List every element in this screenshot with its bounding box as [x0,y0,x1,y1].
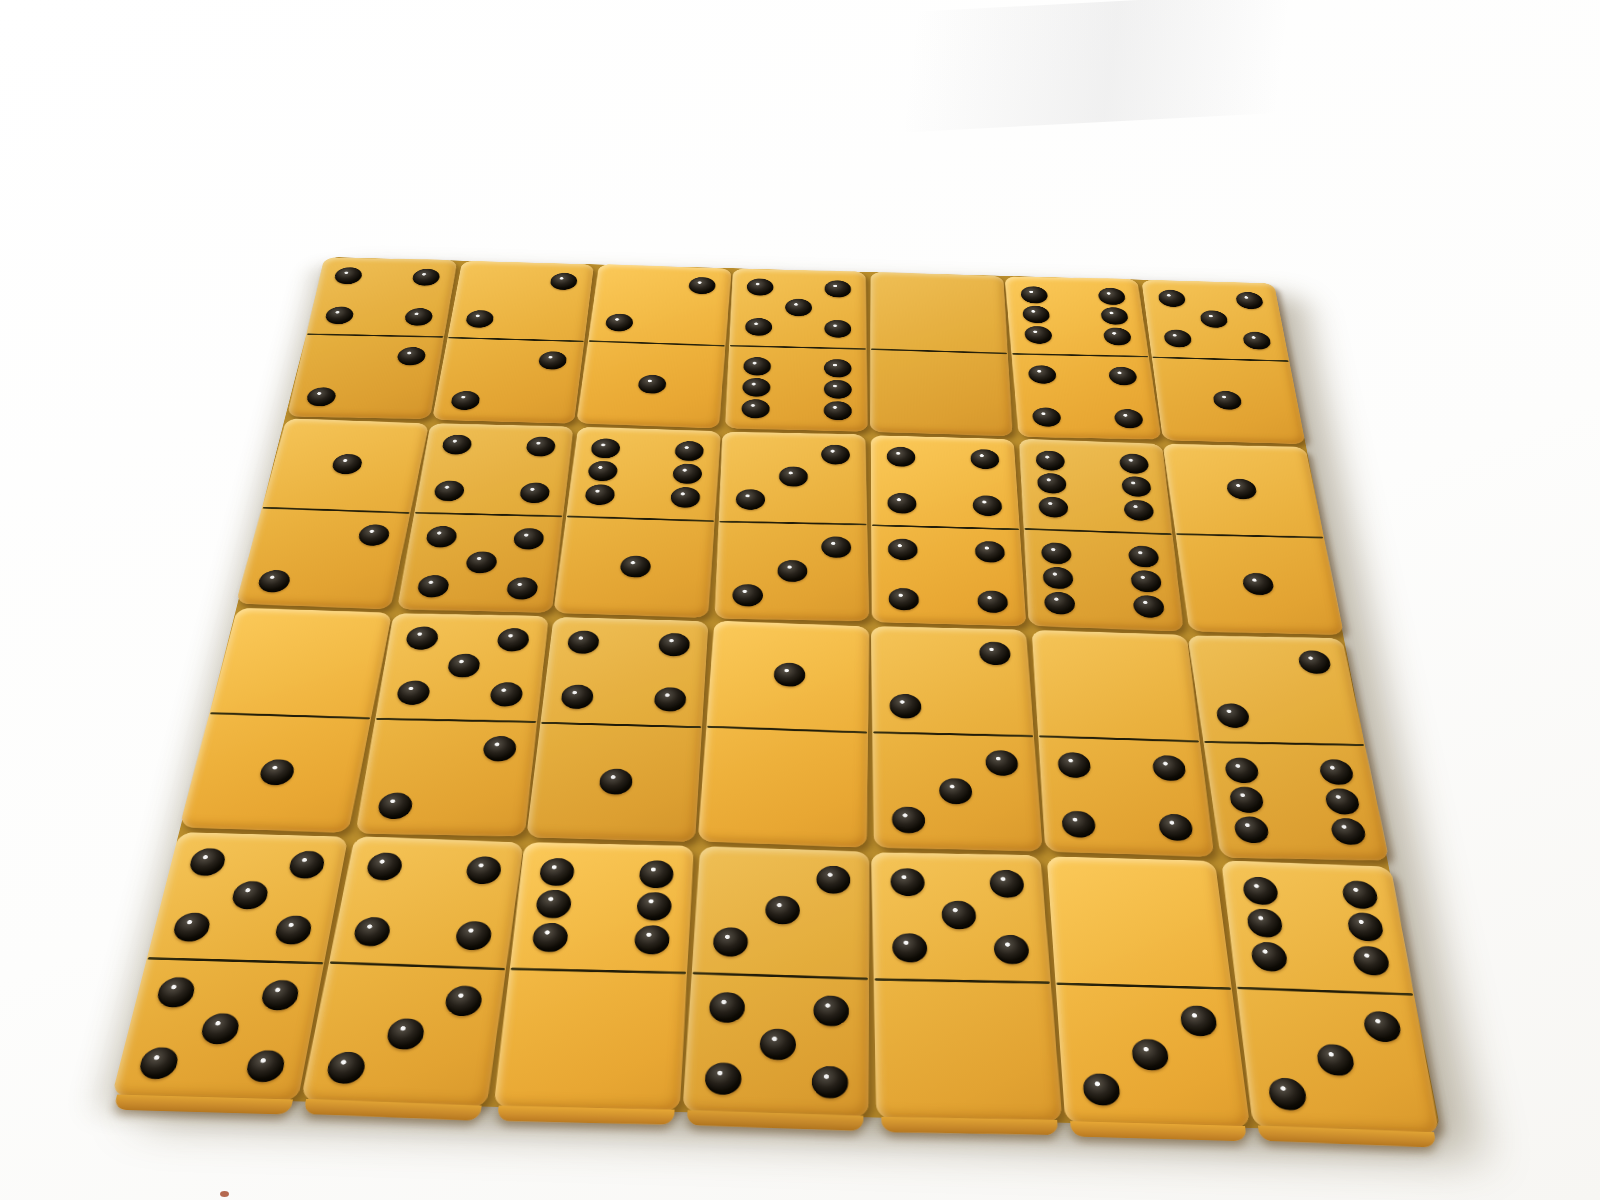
domino-r2c3[interactable] [554,427,721,618]
domino-bottom-half [698,727,868,847]
pip [1267,1077,1308,1111]
pip [773,662,805,687]
pip [587,461,618,482]
pip [777,560,807,582]
pip [1297,650,1333,674]
pip [395,680,431,705]
pip [888,538,918,560]
pip [1120,476,1151,497]
pip [1233,816,1271,843]
pip [1246,908,1284,938]
pip [1224,757,1261,783]
domino-r4c6[interactable] [1046,856,1250,1128]
domino-top-half [1046,856,1232,987]
domino-bottom-half [1237,989,1440,1135]
pip [187,848,228,877]
pip [1107,366,1137,385]
pip [1040,542,1071,565]
domino-r4c4[interactable] [683,846,870,1118]
pip [1235,292,1265,310]
pip [989,870,1025,899]
pip [1315,1043,1356,1076]
pip [481,735,517,761]
pip [892,932,928,962]
domino-top-half [589,264,732,345]
pip [889,693,921,718]
pip [1031,407,1061,427]
domino-top-half [448,261,595,341]
domino-r1c6[interactable] [1004,276,1160,439]
pip [567,630,601,654]
pip [658,633,691,657]
pip [256,570,292,593]
pip [1329,818,1367,845]
pip [709,991,746,1023]
pip [1024,325,1053,343]
pip [465,310,495,328]
domino-bottom-half [236,508,410,609]
pip [890,868,925,897]
pip [1250,941,1289,972]
pip [993,934,1030,964]
pip [1057,751,1091,778]
pip [811,1066,848,1099]
domino-r4c5[interactable] [871,852,1062,1121]
pip [403,308,433,326]
pip [1118,453,1149,474]
pip [672,463,703,484]
pip [464,551,497,574]
pip [1228,786,1265,813]
pip [816,865,850,894]
pip [1043,591,1075,615]
pip [1157,814,1193,842]
pip [670,486,701,508]
pip [747,278,774,296]
dust-speck [220,1191,229,1197]
domino-r1c3[interactable] [577,264,732,428]
pip [512,527,545,549]
domino-top-half [262,418,428,512]
pip [137,1047,181,1080]
pip [1020,286,1048,304]
pip [446,654,481,678]
domino-top-half [1221,860,1413,993]
domino-bottom-half [432,338,585,424]
pip [489,682,524,707]
pip [1179,1005,1218,1037]
pip [287,850,327,879]
pip [824,359,852,378]
domino-bottom-half [1204,743,1390,861]
domino-r3c7[interactable] [1188,635,1390,860]
domino-bottom-half [1038,737,1214,857]
pip [1199,310,1229,328]
pip [977,590,1009,613]
pip [712,926,748,956]
pip [229,881,270,910]
pip [824,280,851,298]
pip [376,792,414,819]
pip [779,466,808,487]
domino-top-half [1004,276,1148,355]
domino-top-half [1188,635,1365,743]
domino-top-half [871,626,1034,735]
pip [357,524,392,546]
pip [972,495,1002,516]
domino-r4c7[interactable] [1221,860,1439,1134]
domino-r2c6[interactable] [1019,439,1183,632]
pip [653,686,687,711]
pip [785,299,812,317]
pip [634,924,671,954]
domino-r2c4[interactable] [715,432,869,622]
pip [352,916,392,946]
pip [1036,473,1066,494]
pip [259,979,301,1010]
domino-r3c1[interactable] [179,608,391,833]
pip [155,976,198,1007]
pip [1123,499,1154,521]
pip [1341,880,1380,909]
domino-r2c5[interactable] [871,435,1026,626]
domino-bottom-half [870,350,1012,437]
domino-top-half [307,257,458,336]
domino-bottom-half [725,346,867,431]
pip [704,1062,742,1095]
domino-bottom-half [871,526,1026,627]
domino-top-half [729,269,866,348]
pip [453,920,492,950]
pip [1241,572,1275,595]
pip [1127,545,1159,568]
domino-top-half [414,423,573,515]
domino-r1c5[interactable] [870,272,1012,436]
pip [325,1051,368,1084]
domino-top-half [567,427,721,520]
pip [1351,945,1391,976]
pip [535,890,572,919]
pip [384,1017,425,1050]
pip [759,1028,796,1061]
pip [891,806,925,833]
domino-r1c1[interactable] [287,257,457,419]
pip [1131,1038,1170,1071]
domino-bottom-half [287,335,444,419]
domino-top-half [1031,630,1199,740]
pip [1099,307,1128,325]
pip [538,351,568,370]
domino-layout-perspective [112,257,1441,1133]
domino-r2c2[interactable] [397,423,573,613]
domino-top-half [871,435,1020,528]
pip [1158,289,1187,307]
pip [1027,365,1056,384]
domino-bottom-half [112,959,324,1101]
pip [1038,496,1069,518]
pip [765,896,800,926]
domino-r2c7[interactable] [1163,444,1344,635]
domino-top-half [870,272,1007,353]
pip [273,915,314,945]
pip [1132,595,1165,619]
pip [1346,912,1385,942]
pip [496,628,530,652]
pip [938,778,972,805]
pip [821,536,851,558]
pip [824,401,852,421]
domino-bottom-half [874,980,1062,1121]
pip [824,319,851,337]
domino-bottom-half [527,723,703,842]
pip [1102,327,1132,345]
pip [821,444,850,464]
pip [404,626,439,650]
domino-bottom-half [494,970,687,1112]
pip [590,438,621,459]
domino-top-half [707,621,869,732]
domino-r3c5[interactable] [871,626,1042,851]
pip [984,750,1018,776]
pip [688,277,716,295]
pip [1242,331,1272,350]
pip [741,399,770,419]
domino-bottom-half [683,974,869,1118]
pip [674,441,704,462]
pip [1129,570,1161,593]
domino-r4c3[interactable] [494,842,694,1111]
domino-layout-tilt [112,0,1479,1133]
pip [443,985,483,1017]
pip [745,318,773,336]
domino-bottom-half [872,733,1042,851]
domino-top-half [147,832,348,962]
pip [639,860,675,889]
pip [1215,703,1251,728]
pip [1022,306,1051,324]
pip [305,387,337,407]
pip [244,1050,287,1083]
domino-bottom-half [1011,354,1161,439]
pip [636,892,672,921]
domino-top-half [541,617,709,726]
pip [1042,566,1074,589]
pip [411,269,441,286]
domino-top-half [329,836,523,967]
domino-top-half [1163,444,1324,537]
domino-bottom-half [715,522,869,621]
domino-top-half [375,613,548,720]
pip [887,447,916,468]
pip [425,525,458,547]
pip [887,492,917,513]
pip [1097,288,1126,306]
domino-top-half [510,842,694,971]
pip [620,555,652,578]
pip [449,391,480,411]
pip [324,306,355,324]
pip [742,378,771,397]
pip [330,454,364,475]
pip [888,588,919,611]
domino-bottom-half [1176,535,1344,635]
domino-bottom-half [397,513,563,612]
pip [518,482,550,503]
pip [441,434,473,454]
domino-board [112,257,1441,1133]
pip [637,374,667,394]
domino-top-half [1019,439,1172,533]
pip [732,584,763,607]
pip [1226,479,1258,500]
domino-r3c3[interactable] [527,617,709,842]
pip [605,313,634,332]
pip [464,856,502,885]
pip [599,768,634,795]
pip [525,436,556,456]
domino-r3c6[interactable] [1031,630,1213,857]
pip [171,912,213,942]
pip [1081,1073,1120,1106]
pip [539,858,576,887]
domino-top-half [692,846,869,977]
domino-bottom-half [577,341,726,428]
domino-r1c4[interactable] [725,269,867,432]
domino-bottom-half [179,714,370,833]
pip [416,575,450,598]
domino-bottom-half [554,517,715,618]
pip [433,480,466,501]
pip [365,852,404,881]
pip [978,641,1011,665]
pip [941,901,977,930]
pip [743,357,771,376]
domino-top-half [719,432,867,524]
pip [560,684,595,709]
pip [505,577,538,600]
pip [1212,390,1243,410]
pip [1163,329,1193,348]
pip [736,489,766,510]
pip [824,379,852,398]
domino-bottom-half [301,963,506,1107]
domino-bottom-half [355,720,536,837]
pip [1061,810,1096,838]
pip [1242,876,1280,905]
pip [550,273,579,291]
domino-top-half [871,852,1050,981]
pip [974,540,1005,562]
pip [333,267,363,284]
pip [1323,788,1361,815]
pip [970,449,1000,470]
pip [396,347,427,366]
pip [1318,759,1356,785]
pip [532,922,570,952]
domino-bottom-half [1055,984,1250,1128]
domino-r1c7[interactable] [1142,280,1306,445]
pip [1362,1010,1403,1042]
pip [199,1012,242,1044]
domino-bottom-half [1023,529,1183,631]
domino-r1c2[interactable] [432,261,595,424]
domino-r3c4[interactable] [698,621,869,848]
domino-top-half [210,608,392,717]
pip [1151,754,1186,781]
pip [1113,409,1144,429]
domino-top-half [1142,280,1289,360]
pip [1035,450,1065,471]
domino-bottom-half [1152,358,1306,444]
domino-r2c1[interactable] [236,418,429,609]
pip [813,995,849,1027]
pip [258,759,297,786]
pip [584,484,616,506]
